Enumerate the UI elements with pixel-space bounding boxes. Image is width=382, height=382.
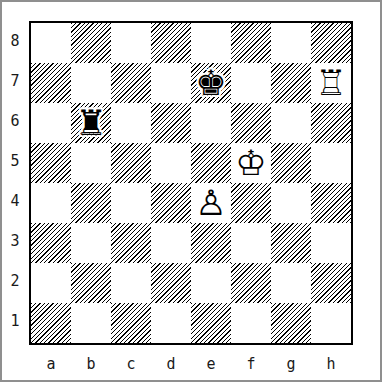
square-b1[interactable] (71, 303, 111, 343)
piece-black-rook[interactable]: ♜ (75, 103, 106, 143)
square-e8[interactable] (191, 23, 231, 63)
file-label-d: d (151, 351, 191, 377)
square-f6[interactable] (231, 103, 271, 143)
square-a4[interactable] (31, 183, 71, 223)
square-a8[interactable] (31, 23, 71, 63)
rank-label-4: 4 (2, 181, 28, 221)
square-b4[interactable] (71, 183, 111, 223)
square-c1[interactable] (111, 303, 151, 343)
piece-white-king[interactable]: ♔ (235, 143, 266, 183)
square-d3[interactable] (151, 223, 191, 263)
square-b5[interactable] (71, 143, 111, 183)
square-e5[interactable] (191, 143, 231, 183)
square-b3[interactable] (71, 223, 111, 263)
square-h1[interactable] (311, 303, 351, 343)
square-g2[interactable] (271, 263, 311, 303)
file-labels: abcdefgh (31, 351, 351, 377)
square-a6[interactable] (31, 103, 71, 143)
square-g5[interactable] (271, 143, 311, 183)
square-h8[interactable] (311, 23, 351, 63)
square-g3[interactable] (271, 223, 311, 263)
square-f4[interactable] (231, 183, 271, 223)
square-g8[interactable] (271, 23, 311, 63)
square-e1[interactable] (191, 303, 231, 343)
file-label-f: f (231, 351, 271, 377)
square-b2[interactable] (71, 263, 111, 303)
square-d2[interactable] (151, 263, 191, 303)
square-g7[interactable] (271, 63, 311, 103)
square-g6[interactable] (271, 103, 311, 143)
square-f3[interactable] (231, 223, 271, 263)
file-label-h: h (311, 351, 351, 377)
square-d8[interactable] (151, 23, 191, 63)
square-e7[interactable]: ♚ (191, 63, 231, 103)
square-a5[interactable] (31, 143, 71, 183)
square-d6[interactable] (151, 103, 191, 143)
square-a2[interactable] (31, 263, 71, 303)
rank-label-6: 6 (2, 101, 28, 141)
rank-label-1: 1 (2, 301, 28, 341)
piece-white-pawn[interactable]: ♙ (195, 183, 226, 223)
square-h6[interactable] (311, 103, 351, 143)
square-e6[interactable] (191, 103, 231, 143)
rank-label-7: 7 (2, 61, 28, 101)
file-label-g: g (271, 351, 311, 377)
file-label-a: a (31, 351, 71, 377)
rank-label-3: 3 (2, 221, 28, 261)
chess-board: ♚♖♜♔♙ (29, 21, 353, 345)
square-d7[interactable] (151, 63, 191, 103)
square-b6[interactable]: ♜ (71, 103, 111, 143)
square-b8[interactable] (71, 23, 111, 63)
rank-label-2: 2 (2, 261, 28, 301)
rank-labels: 87654321 (2, 21, 28, 345)
square-c5[interactable] (111, 143, 151, 183)
square-f5[interactable]: ♔ (231, 143, 271, 183)
square-e3[interactable] (191, 223, 231, 263)
square-h7[interactable]: ♖ (311, 63, 351, 103)
square-a1[interactable] (31, 303, 71, 343)
square-h4[interactable] (311, 183, 351, 223)
square-c6[interactable] (111, 103, 151, 143)
file-label-b: b (71, 351, 111, 377)
square-d5[interactable] (151, 143, 191, 183)
square-f7[interactable] (231, 63, 271, 103)
square-f1[interactable] (231, 303, 271, 343)
rank-label-5: 5 (2, 141, 28, 181)
square-e2[interactable] (191, 263, 231, 303)
file-label-e: e (191, 351, 231, 377)
square-c8[interactable] (111, 23, 151, 63)
square-c3[interactable] (111, 223, 151, 263)
square-c7[interactable] (111, 63, 151, 103)
square-h2[interactable] (311, 263, 351, 303)
square-a3[interactable] (31, 223, 71, 263)
chess-diagram: 87654321 ♚♖♜♔♙ abcdefgh (0, 0, 382, 382)
square-h5[interactable] (311, 143, 351, 183)
square-f8[interactable] (231, 23, 271, 63)
square-e4[interactable]: ♙ (191, 183, 231, 223)
piece-white-rook[interactable]: ♖ (315, 63, 346, 103)
square-f2[interactable] (231, 263, 271, 303)
square-g4[interactable] (271, 183, 311, 223)
square-h3[interactable] (311, 223, 351, 263)
square-c2[interactable] (111, 263, 151, 303)
rank-label-8: 8 (2, 21, 28, 61)
file-label-c: c (111, 351, 151, 377)
square-c4[interactable] (111, 183, 151, 223)
piece-black-king[interactable]: ♚ (195, 63, 226, 103)
square-a7[interactable] (31, 63, 71, 103)
square-g1[interactable] (271, 303, 311, 343)
square-b7[interactable] (71, 63, 111, 103)
square-d4[interactable] (151, 183, 191, 223)
square-d1[interactable] (151, 303, 191, 343)
